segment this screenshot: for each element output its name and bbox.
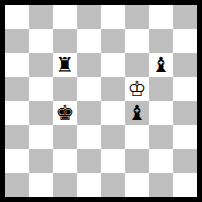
square-d5[interactable]: [77, 77, 101, 101]
square-f4[interactable]: ♝: [125, 101, 149, 125]
square-g2[interactable]: [149, 149, 173, 173]
square-g5[interactable]: [149, 77, 173, 101]
square-e4[interactable]: [101, 101, 125, 125]
square-c4[interactable]: ♚: [53, 101, 77, 125]
square-h3[interactable]: [173, 125, 197, 149]
square-g7[interactable]: [149, 29, 173, 53]
square-h1[interactable]: [173, 173, 197, 197]
square-g8[interactable]: [149, 5, 173, 29]
square-e2[interactable]: [101, 149, 125, 173]
square-g3[interactable]: [149, 125, 173, 149]
square-b6[interactable]: [29, 53, 53, 77]
square-e6[interactable]: [101, 53, 125, 77]
square-e5[interactable]: [101, 77, 125, 101]
square-d2[interactable]: [77, 149, 101, 173]
square-d4[interactable]: [77, 101, 101, 125]
square-h5[interactable]: [173, 77, 197, 101]
square-a3[interactable]: [5, 125, 29, 149]
piece-black-bishop[interactable]: ♝: [152, 53, 171, 77]
square-f7[interactable]: [125, 29, 149, 53]
square-h7[interactable]: [173, 29, 197, 53]
square-d7[interactable]: [77, 29, 101, 53]
chess-board-frame: ♜♝♔♚♝: [0, 0, 202, 202]
square-e7[interactable]: [101, 29, 125, 53]
square-b5[interactable]: [29, 77, 53, 101]
square-a4[interactable]: [5, 101, 29, 125]
piece-black-rook[interactable]: ♜: [56, 53, 75, 77]
square-f6[interactable]: [125, 53, 149, 77]
square-d3[interactable]: [77, 125, 101, 149]
square-h8[interactable]: [173, 5, 197, 29]
square-g4[interactable]: [149, 101, 173, 125]
square-c1[interactable]: [53, 173, 77, 197]
square-h2[interactable]: [173, 149, 197, 173]
piece-black-king[interactable]: ♚: [56, 101, 75, 125]
square-g6[interactable]: ♝: [149, 53, 173, 77]
square-h4[interactable]: [173, 101, 197, 125]
chess-board: ♜♝♔♚♝: [5, 5, 197, 197]
square-f3[interactable]: [125, 125, 149, 149]
piece-white-king[interactable]: ♔: [128, 77, 147, 101]
square-d8[interactable]: [77, 5, 101, 29]
square-b3[interactable]: [29, 125, 53, 149]
square-d6[interactable]: [77, 53, 101, 77]
piece-black-bishop[interactable]: ♝: [128, 101, 147, 125]
square-f1[interactable]: [125, 173, 149, 197]
square-d1[interactable]: [77, 173, 101, 197]
square-a8[interactable]: [5, 5, 29, 29]
square-c3[interactable]: [53, 125, 77, 149]
square-e1[interactable]: [101, 173, 125, 197]
square-f5[interactable]: ♔: [125, 77, 149, 101]
square-b8[interactable]: [29, 5, 53, 29]
square-c8[interactable]: [53, 5, 77, 29]
square-a2[interactable]: [5, 149, 29, 173]
square-c5[interactable]: [53, 77, 77, 101]
square-h6[interactable]: [173, 53, 197, 77]
square-a7[interactable]: [5, 29, 29, 53]
square-a5[interactable]: [5, 77, 29, 101]
square-b7[interactable]: [29, 29, 53, 53]
square-e8[interactable]: [101, 5, 125, 29]
square-c6[interactable]: ♜: [53, 53, 77, 77]
square-b2[interactable]: [29, 149, 53, 173]
square-f2[interactable]: [125, 149, 149, 173]
square-f8[interactable]: [125, 5, 149, 29]
square-b4[interactable]: [29, 101, 53, 125]
square-a6[interactable]: [5, 53, 29, 77]
square-a1[interactable]: [5, 173, 29, 197]
square-c7[interactable]: [53, 29, 77, 53]
square-c2[interactable]: [53, 149, 77, 173]
square-b1[interactable]: [29, 173, 53, 197]
square-g1[interactable]: [149, 173, 173, 197]
square-e3[interactable]: [101, 125, 125, 149]
